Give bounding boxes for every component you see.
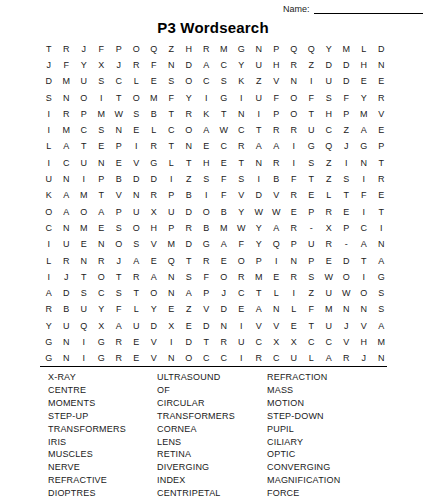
grid-cell-r13c12: F <box>233 237 251 253</box>
grid-cell-r18c5: A <box>110 318 128 334</box>
grid-cell-r14c1: L <box>40 253 58 269</box>
grid-cell-r13c17: R <box>320 237 338 253</box>
grid-cell-r7c19: G <box>355 139 373 155</box>
grid-cell-r15c1: I <box>40 269 58 285</box>
grid-cell-r3c18: D <box>338 74 356 90</box>
grid-cell-r6c13: T <box>250 122 268 138</box>
grid-cell-r3c8: S <box>163 74 181 90</box>
word-list: X-RAYCENTREMOMENTSSTEP-UPTRANSFORMERSIRI… <box>48 371 388 500</box>
grid-cell-r8c4: N <box>93 155 111 171</box>
grid-cell-r15c3: T <box>75 269 93 285</box>
grid-cell-r1c14: P <box>268 41 286 57</box>
grid-cell-r7c10: E <box>198 139 216 155</box>
grid-cell-r7c18: J <box>338 139 356 155</box>
grid-cell-r18c17: U <box>320 318 338 334</box>
grid-cell-r17c14: N <box>268 302 286 318</box>
grid-cell-r15c14: E <box>268 269 286 285</box>
grid-cell-r11c13: W <box>250 204 268 220</box>
grid-cell-r6c9: O <box>180 122 198 138</box>
grid-cell-r12c8: P <box>163 220 181 236</box>
grid-cell-r3c5: C <box>110 74 128 90</box>
grid-cell-r3c10: C <box>198 74 216 90</box>
grid-cell-r8c5: E <box>110 155 128 171</box>
grid-cell-r15c8: N <box>163 269 181 285</box>
grid-cell-r12c17: X <box>320 220 338 236</box>
word-item: IRIS <box>48 436 157 449</box>
grid-cell-r16c5: S <box>110 285 128 301</box>
grid-cell-r4c17: S <box>320 90 338 106</box>
grid-cell-r13c18: - <box>338 237 356 253</box>
grid-cell-r5c15: O <box>285 106 303 122</box>
grid-cell-r15c11: O <box>215 269 233 285</box>
grid-cell-r9c9: Z <box>180 171 198 187</box>
grid-cell-r14c16: P <box>303 253 321 269</box>
grid-cell-r3c11: S <box>215 74 233 90</box>
word-item: TRANSFORMERS <box>48 423 157 436</box>
word-column-3: REFRACTIONMASSMOTIONSTEP-DOWNPUPILCILIAR… <box>267 371 388 500</box>
grid-cell-r5c14: P <box>268 106 286 122</box>
grid-cell-r13c2: U <box>58 237 76 253</box>
grid-cell-r9c17: Z <box>320 171 338 187</box>
grid-cell-r12c4: E <box>93 220 111 236</box>
grid-cell-r15c20: G <box>373 269 391 285</box>
grid-cell-r17c9: Z <box>180 302 198 318</box>
grid-cell-r9c10: S <box>198 171 216 187</box>
grid-cell-r8c15: I <box>285 155 303 171</box>
grid-cell-r11c8: U <box>163 204 181 220</box>
grid-cell-r5c12: N <box>233 106 251 122</box>
grid-cell-r5c8: T <box>163 106 181 122</box>
grid-cell-r8c7: G <box>145 155 163 171</box>
grid-cell-r6c12: C <box>233 122 251 138</box>
grid-cell-r10c15: R <box>285 188 303 204</box>
grid-cell-r6c8: C <box>163 122 181 138</box>
grid-cell-r8c9: T <box>180 155 198 171</box>
grid-cell-r5c18: P <box>338 106 356 122</box>
grid-cell-r19c7: V <box>145 334 163 350</box>
grid-cell-r7c4: E <box>93 139 111 155</box>
grid-cell-r1c10: R <box>198 41 216 57</box>
grid-cell-r4c13: U <box>250 90 268 106</box>
grid-cell-r4c5: T <box>110 90 128 106</box>
grid-cell-r16c20: S <box>373 285 391 301</box>
grid-cell-r4c18: F <box>338 90 356 106</box>
grid-cell-r6c20: E <box>373 122 391 138</box>
grid-cell-r19c1: G <box>40 334 58 350</box>
grid-cell-r3c16: I <box>303 74 321 90</box>
grid-cell-r17c15: L <box>285 302 303 318</box>
grid-cell-r10c2: A <box>58 188 76 204</box>
grid-cell-r4c2: N <box>58 90 76 106</box>
grid-cell-r6c19: A <box>355 122 373 138</box>
grid-cell-r5c20: V <box>373 106 391 122</box>
grid-cell-r1c3: J <box>75 41 93 57</box>
grid-cell-r13c20: N <box>373 237 391 253</box>
grid-cell-r11c18: E <box>338 204 356 220</box>
grid-cell-r1c8: Z <box>163 41 181 57</box>
grid-cell-r9c16: T <box>303 171 321 187</box>
grid-cell-r4c8: F <box>163 90 181 106</box>
word-item: OF <box>157 384 267 397</box>
grid-cell-r15c19: I <box>355 269 373 285</box>
grid-cell-r10c7: R <box>145 188 163 204</box>
grid-cell-r4c15: O <box>285 90 303 106</box>
grid-cell-r4c1: S <box>40 90 58 106</box>
grid-cell-r17c11: D <box>215 302 233 318</box>
name-blank-line <box>314 3 423 14</box>
grid-cell-r7c16: G <box>303 139 321 155</box>
word-item: DIOPTRES <box>48 487 157 500</box>
wordsearch-grid: TRJFPOQZHRMGNPQQYMLDJFYXJRFNDACYUHRZDDHN… <box>40 41 390 367</box>
grid-cell-r20c12: I <box>233 351 251 367</box>
grid-cell-r17c5: F <box>110 302 128 318</box>
grid-cell-r15c15: R <box>285 269 303 285</box>
grid-cell-r15c7: A <box>145 269 163 285</box>
grid-cell-r13c8: M <box>163 237 181 253</box>
grid-cell-r18c10: D <box>198 318 216 334</box>
grid-cell-r11c1: O <box>40 204 58 220</box>
grid-cell-r10c8: P <box>163 188 181 204</box>
grid-cell-r6c11: W <box>215 122 233 138</box>
grid-cell-r16c3: S <box>75 285 93 301</box>
grid-cell-r20c19: J <box>355 351 373 367</box>
grid-cell-r8c2: C <box>58 155 76 171</box>
grid-cell-r7c6: I <box>128 139 146 155</box>
grid-cell-r8c17: Z <box>320 155 338 171</box>
grid-cell-r11c20: T <box>373 204 391 220</box>
grid-cell-r11c11: B <box>215 204 233 220</box>
grid-cell-r20c3: I <box>75 351 93 367</box>
grid-cell-r4c10: I <box>198 90 216 106</box>
grid-cell-r9c15: F <box>285 171 303 187</box>
grid-cell-r12c16: - <box>303 220 321 236</box>
grid-cell-r9c12: S <box>233 171 251 187</box>
grid-cell-r9c7: D <box>145 171 163 187</box>
grid-cell-r13c5: O <box>110 237 128 253</box>
grid-cell-r17c6: L <box>128 302 146 318</box>
grid-cell-r19c11: R <box>215 334 233 350</box>
grid-cell-r3c20: E <box>373 74 391 90</box>
word-item: ULTRASOUND <box>157 371 267 384</box>
grid-cell-r14c13: P <box>250 253 268 269</box>
grid-cell-r1c1: T <box>40 41 58 57</box>
grid-cell-r4c16: F <box>303 90 321 106</box>
grid-cell-r2c9: D <box>180 57 198 73</box>
grid-cell-r14c8: Q <box>163 253 181 269</box>
grid-cell-r11c7: X <box>145 204 163 220</box>
grid-cell-r11c16: P <box>303 204 321 220</box>
word-item: MUSCLES <box>48 448 157 461</box>
grid-cell-r20c5: R <box>110 351 128 367</box>
grid-cell-r7c12: R <box>233 139 251 155</box>
grid-cell-r3c6: L <box>128 74 146 90</box>
grid-cell-r11c9: D <box>180 204 198 220</box>
grid-cell-r20c8: N <box>163 351 181 367</box>
grid-cell-r1c6: O <box>128 41 146 57</box>
grid-cell-r10c13: D <box>250 188 268 204</box>
grid-cell-r17c10: V <box>198 302 216 318</box>
grid-cell-r16c11: J <box>215 285 233 301</box>
grid-cell-r13c13: Y <box>250 237 268 253</box>
grid-cell-r13c7: V <box>145 237 163 253</box>
grid-cell-r2c18: D <box>338 57 356 73</box>
grid-cell-r16c14: L <box>268 285 286 301</box>
divider-line <box>40 366 387 367</box>
grid-cell-r14c19: T <box>355 253 373 269</box>
grid-cell-r9c18: S <box>338 171 356 187</box>
grid-cell-r3c2: M <box>58 74 76 90</box>
grid-cell-r4c20: R <box>373 90 391 106</box>
grid-cell-r13c4: N <box>93 237 111 253</box>
grid-cell-r18c13: V <box>250 318 268 334</box>
grid-cell-r2c16: Z <box>303 57 321 73</box>
grid-cell-r18c16: T <box>303 318 321 334</box>
grid-cell-r3c9: O <box>180 74 198 90</box>
grid-cell-r18c12: I <box>233 318 251 334</box>
grid-cell-r15c9: S <box>180 269 198 285</box>
grid-cell-r20c20: N <box>373 351 391 367</box>
word-item: PUPIL <box>267 423 388 436</box>
grid-cell-r19c9: D <box>180 334 198 350</box>
grid-cell-r6c1: I <box>40 122 58 138</box>
word-item: CORNEA <box>157 423 267 436</box>
grid-cell-r6c5: N <box>110 122 128 138</box>
grid-cell-r5c13: I <box>250 106 268 122</box>
grid-cell-r10c12: V <box>233 188 251 204</box>
grid-cell-r18c9: E <box>180 318 198 334</box>
word-column-1: X-RAYCENTREMOMENTSSTEP-UPTRANSFORMERSIRI… <box>48 371 157 500</box>
grid-cell-r15c13: M <box>250 269 268 285</box>
grid-cell-r16c1: A <box>40 285 58 301</box>
grid-cell-r8c12: T <box>233 155 251 171</box>
grid-cell-r6c15: R <box>285 122 303 138</box>
grid-cell-r18c8: X <box>163 318 181 334</box>
grid-cell-r2c8: N <box>163 57 181 73</box>
grid-cell-r2c11: C <box>215 57 233 73</box>
grid-cell-r15c2: J <box>58 269 76 285</box>
grid-cell-r8c3: U <box>75 155 93 171</box>
grid-cell-r5c5: W <box>110 106 128 122</box>
grid-cell-r14c12: O <box>233 253 251 269</box>
grid-cell-r12c3: M <box>75 220 93 236</box>
grid-cell-r13c15: P <box>285 237 303 253</box>
grid-cell-r20c18: R <box>338 351 356 367</box>
grid-cell-r17c19: N <box>355 302 373 318</box>
word-item: MOMENTS <box>48 397 157 410</box>
grid-cell-r13c3: E <box>75 237 93 253</box>
grid-cell-r3c19: E <box>355 74 373 90</box>
word-item: REFRACTION <box>267 371 388 384</box>
grid-cell-r16c19: O <box>355 285 373 301</box>
grid-cell-r11c2: A <box>58 204 76 220</box>
grid-cell-r12c1: C <box>40 220 58 236</box>
grid-cell-r2c17: D <box>320 57 338 73</box>
grid-cell-r2c6: R <box>128 57 146 73</box>
word-item: INDEX <box>157 474 267 487</box>
name-row: Name: <box>283 3 423 14</box>
grid-cell-r12c6: O <box>128 220 146 236</box>
grid-cell-r7c2: A <box>58 139 76 155</box>
grid-cell-r2c14: H <box>268 57 286 73</box>
grid-cell-r14c11: E <box>215 253 233 269</box>
grid-cell-r13c10: G <box>198 237 216 253</box>
grid-cell-r16c10: P <box>198 285 216 301</box>
grid-cell-r20c11: C <box>215 351 233 367</box>
grid-cell-r4c3: O <box>75 90 93 106</box>
grid-cell-r12c20: I <box>373 220 391 236</box>
grid-cell-r3c3: U <box>75 74 93 90</box>
grid-cell-r15c12: R <box>233 269 251 285</box>
grid-cell-r6c16: U <box>303 122 321 138</box>
grid-cell-r14c7: E <box>145 253 163 269</box>
grid-cell-r10c14: V <box>268 188 286 204</box>
grid-cell-r6c3: C <box>75 122 93 138</box>
grid-cell-r13c1: I <box>40 237 58 253</box>
grid-cell-r14c10: R <box>198 253 216 269</box>
grid-cell-r12c9: R <box>180 220 198 236</box>
grid-cell-r1c7: Q <box>145 41 163 57</box>
grid-cell-r17c1: R <box>40 302 58 318</box>
grid-cell-r9c3: I <box>75 171 93 187</box>
grid-cell-r18c2: U <box>58 318 76 334</box>
word-item: OPTIC <box>267 448 388 461</box>
grid-cell-r12c5: S <box>110 220 128 236</box>
grid-cell-r4c12: I <box>233 90 251 106</box>
grid-cell-r1c19: L <box>355 41 373 57</box>
page-title: P3 Wordsearch <box>0 19 426 36</box>
grid-cell-r20c15: U <box>285 351 303 367</box>
grid-cell-r2c3: Y <box>75 57 93 73</box>
grid-cell-r11c15: E <box>285 204 303 220</box>
grid-cell-r12c18: P <box>338 220 356 236</box>
word-item: TRANSFORMERS <box>157 410 267 423</box>
grid-cell-r14c14: I <box>268 253 286 269</box>
grid-cell-r11c19: I <box>355 204 373 220</box>
grid-cell-r18c6: U <box>128 318 146 334</box>
grid-cell-r17c2: B <box>58 302 76 318</box>
grid-cell-r16c7: O <box>145 285 163 301</box>
grid-cell-r19c19: H <box>355 334 373 350</box>
grid-cell-r14c4: R <box>93 253 111 269</box>
grid-cell-r7c17: Q <box>320 139 338 155</box>
grid-cell-r18c4: X <box>93 318 111 334</box>
grid-cell-r1c18: M <box>338 41 356 57</box>
grid-cell-r2c13: U <box>250 57 268 73</box>
grid-cell-r10c4: T <box>93 188 111 204</box>
grid-cell-r16c12: C <box>233 285 251 301</box>
grid-cell-r18c3: Q <box>75 318 93 334</box>
grid-cell-r13c9: D <box>180 237 198 253</box>
grid-cell-r15c4: O <box>93 269 111 285</box>
grid-cell-r16c18: W <box>338 285 356 301</box>
grid-cell-r7c8: T <box>163 139 181 155</box>
grid-cell-r6c6: E <box>128 122 146 138</box>
grid-cell-r19c3: I <box>75 334 93 350</box>
grid-cell-r16c13: T <box>250 285 268 301</box>
grid-cell-r1c15: Q <box>285 41 303 57</box>
grid-cell-r5c19: M <box>355 106 373 122</box>
grid-cell-r13c14: Q <box>268 237 286 253</box>
grid-cell-r5c2: R <box>58 106 76 122</box>
grid-cell-r4c4: I <box>93 90 111 106</box>
grid-cell-r12c2: N <box>58 220 76 236</box>
grid-cell-r20c9: O <box>180 351 198 367</box>
word-item: CILIARY <box>267 436 388 449</box>
grid-cell-r9c6: D <box>128 171 146 187</box>
word-item: LENS <box>157 436 267 449</box>
grid-cell-r2c2: F <box>58 57 76 73</box>
grid-cell-r10c19: F <box>355 188 373 204</box>
grid-cell-r9c11: F <box>215 171 233 187</box>
grid-cell-r12c7: H <box>145 220 163 236</box>
grid-cell-r3c4: S <box>93 74 111 90</box>
grid-cell-r11c10: O <box>198 204 216 220</box>
grid-cell-r19c14: X <box>268 334 286 350</box>
word-item: STEP-UP <box>48 410 157 423</box>
grid-cell-r14c3: N <box>75 253 93 269</box>
grid-cell-r2c4: X <box>93 57 111 73</box>
grid-cell-r6c18: Z <box>338 122 356 138</box>
grid-cell-r12c12: W <box>233 220 251 236</box>
grid-cell-r16c4: C <box>93 285 111 301</box>
grid-cell-r18c7: D <box>145 318 163 334</box>
grid-cell-r20c2: N <box>58 351 76 367</box>
grid-cell-r5c9: R <box>180 106 198 122</box>
grid-cell-r13c11: A <box>215 237 233 253</box>
word-column-2: ULTRASOUNDOFCIRCULARTRANSFORMERSCORNEALE… <box>157 371 267 500</box>
grid-cell-r10c17: L <box>320 188 338 204</box>
grid-cell-r6c4: S <box>93 122 111 138</box>
grid-cell-r20c7: V <box>145 351 163 367</box>
grid-cell-r14c18: D <box>338 253 356 269</box>
grid-cell-r17c3: U <box>75 302 93 318</box>
grid-cell-r15c16: S <box>303 269 321 285</box>
grid-cell-r11c17: R <box>320 204 338 220</box>
grid-cell-r14c20: A <box>373 253 391 269</box>
grid-cell-r20c6: E <box>128 351 146 367</box>
grid-cell-r20c17: A <box>320 351 338 367</box>
grid-cell-r19c8: I <box>163 334 181 350</box>
grid-cell-r10c18: T <box>338 188 356 204</box>
grid-cell-r5c6: S <box>128 106 146 122</box>
grid-cell-r10c9: B <box>180 188 198 204</box>
grid-cell-r12c11: M <box>215 220 233 236</box>
grid-cell-r7c14: A <box>268 139 286 155</box>
grid-cell-r2c7: F <box>145 57 163 73</box>
word-item: DIVERGING <box>157 461 267 474</box>
grid-cell-r8c11: E <box>215 155 233 171</box>
grid-cell-r17c18: N <box>338 302 356 318</box>
grid-cell-r16c2: D <box>58 285 76 301</box>
grid-cell-r18c1: Y <box>40 318 58 334</box>
word-item: NERVE <box>48 461 157 474</box>
grid-cell-r3c15: N <box>285 74 303 90</box>
grid-cell-r7c3: T <box>75 139 93 155</box>
grid-cell-r7c15: I <box>285 139 303 155</box>
grid-cell-r18c14: V <box>268 318 286 334</box>
grid-cell-r14c15: N <box>285 253 303 269</box>
grid-cell-r7c5: P <box>110 139 128 155</box>
grid-cell-r19c6: E <box>128 334 146 350</box>
grid-cell-r19c16: C <box>303 334 321 350</box>
grid-cell-r7c13: A <box>250 139 268 155</box>
grid-cell-r9c20: R <box>373 171 391 187</box>
grid-cell-r18c19: V <box>355 318 373 334</box>
grid-cell-r15c6: R <box>128 269 146 285</box>
grid-cell-r9c2: N <box>58 171 76 187</box>
grid-cell-r1c12: G <box>233 41 251 57</box>
grid-cell-r1c13: N <box>250 41 268 57</box>
